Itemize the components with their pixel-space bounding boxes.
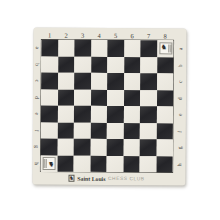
rank-label-right-e: e — [172, 110, 189, 120]
square-d2[interactable] — [58, 89, 75, 106]
rank-label-right-a: a — [172, 44, 189, 54]
chessboard-mat: 12345678 abcdefgh abcdefgh ♞ ♞ ♞ Saint L… — [32, 27, 186, 185]
square-d5[interactable] — [107, 89, 124, 106]
square-f8[interactable] — [156, 123, 173, 140]
square-c5[interactable] — [107, 73, 124, 90]
square-h6[interactable] — [123, 156, 140, 173]
square-d7[interactable] — [140, 90, 157, 107]
square-e7[interactable] — [140, 106, 157, 123]
square-h5[interactable] — [107, 155, 124, 172]
square-g2[interactable] — [57, 139, 74, 156]
square-h7[interactable] — [140, 156, 157, 173]
rank-label-right-c: c — [172, 77, 189, 87]
square-d4[interactable] — [91, 89, 108, 106]
rank-label-right-f: f — [172, 126, 189, 136]
square-a2[interactable] — [58, 40, 75, 57]
square-b5[interactable] — [107, 56, 124, 73]
square-h8[interactable] — [156, 156, 173, 173]
square-f1[interactable] — [41, 122, 58, 139]
square-g1[interactable] — [41, 139, 58, 156]
square-c2[interactable] — [58, 73, 75, 90]
square-b8[interactable] — [157, 57, 174, 74]
rank-labels-right: abcdefgh — [175, 40, 186, 172]
file-label-6: 6 — [124, 30, 141, 40]
square-e5[interactable] — [107, 106, 124, 123]
stamp-text-lines — [168, 44, 171, 53]
file-label-5: 5 — [107, 30, 124, 40]
rank-label-right-h: h — [171, 159, 188, 169]
square-h2[interactable] — [57, 155, 74, 172]
file-label-8: 8 — [157, 30, 174, 40]
club-branding: ♞ Saint Louis CHESS CLUB — [40, 173, 172, 184]
square-c6[interactable] — [124, 73, 141, 90]
stamp-text-lines — [43, 159, 46, 168]
square-g5[interactable] — [107, 139, 124, 156]
file-label-4: 4 — [91, 30, 108, 40]
square-g7[interactable] — [140, 139, 157, 156]
club-name-secondary: CHESS CLUB — [108, 176, 145, 181]
square-e8[interactable] — [156, 106, 173, 123]
file-label-2: 2 — [58, 30, 75, 40]
square-h3[interactable] — [74, 155, 91, 172]
square-g4[interactable] — [90, 139, 107, 156]
club-stamp-bottom-left: ♞ — [42, 157, 55, 170]
square-c4[interactable] — [91, 73, 108, 90]
square-a4[interactable] — [91, 40, 108, 57]
square-a1[interactable] — [41, 40, 58, 57]
square-f5[interactable] — [107, 122, 124, 139]
square-e4[interactable] — [90, 106, 107, 123]
square-b3[interactable] — [74, 56, 91, 73]
square-f3[interactable] — [74, 122, 91, 139]
square-c1[interactable] — [41, 73, 58, 90]
square-d3[interactable] — [74, 89, 91, 106]
file-label-1: 1 — [41, 30, 58, 40]
rank-label-right-g: g — [171, 143, 188, 153]
square-d8[interactable] — [157, 90, 174, 107]
square-f6[interactable] — [123, 123, 140, 140]
knight-crest-icon: ♞ — [47, 160, 53, 167]
square-b6[interactable] — [124, 57, 141, 74]
knight-crest-icon: ♞ — [161, 45, 167, 52]
square-a7[interactable] — [140, 40, 157, 57]
board-grid — [41, 40, 174, 173]
square-b2[interactable] — [58, 56, 75, 73]
square-g3[interactable] — [74, 139, 91, 156]
square-f7[interactable] — [140, 123, 157, 140]
file-label-7: 7 — [140, 30, 157, 40]
square-g6[interactable] — [123, 139, 140, 156]
square-g8[interactable] — [156, 139, 173, 156]
square-b7[interactable] — [140, 57, 157, 74]
square-a5[interactable] — [107, 40, 124, 57]
rank-label-right-d: d — [172, 93, 189, 103]
club-crest-icon: ♞ — [68, 174, 75, 182]
square-b4[interactable] — [91, 56, 108, 73]
square-b1[interactable] — [41, 56, 58, 73]
square-f2[interactable] — [57, 122, 74, 139]
square-h4[interactable] — [90, 155, 107, 172]
square-e1[interactable] — [41, 106, 58, 123]
square-c7[interactable] — [140, 73, 157, 90]
square-c3[interactable] — [74, 73, 91, 90]
square-d1[interactable] — [41, 89, 58, 106]
square-a6[interactable] — [124, 40, 141, 57]
square-e3[interactable] — [74, 106, 91, 123]
rank-label-right-b: b — [172, 60, 189, 70]
file-label-3: 3 — [74, 30, 91, 40]
square-c8[interactable] — [157, 73, 174, 90]
square-a3[interactable] — [74, 40, 91, 57]
club-name-primary: Saint Louis — [77, 175, 105, 181]
square-e2[interactable] — [57, 106, 74, 123]
square-e6[interactable] — [123, 106, 140, 123]
club-stamp-top-right: ♞ — [159, 42, 172, 55]
square-d6[interactable] — [124, 90, 141, 107]
square-f4[interactable] — [90, 122, 107, 139]
